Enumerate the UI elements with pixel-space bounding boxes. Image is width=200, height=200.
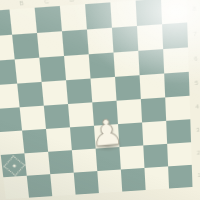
square-c8 [35, 6, 62, 33]
rank-label-1: 1 [194, 164, 200, 187]
square-g5 [140, 74, 166, 100]
square-g4 [141, 97, 166, 122]
square-h6 [163, 47, 189, 73]
square-g3 [142, 121, 167, 146]
square-b5 [17, 82, 44, 107]
square-a4 [0, 107, 22, 132]
square-h2 [167, 142, 192, 166]
square-g7 [137, 24, 163, 51]
square-a1 [3, 176, 29, 199]
square-a2 [1, 153, 27, 177]
square-f7 [112, 26, 138, 53]
board-grid: ♟ [0, 0, 192, 199]
square-f5 [115, 75, 141, 101]
square-d7 [62, 29, 89, 56]
square-c6 [39, 56, 66, 82]
square-h1 [168, 165, 192, 189]
square-b2 [24, 152, 50, 176]
square-e3: ♟ [94, 124, 119, 149]
square-d1 [74, 171, 99, 195]
square-f1 [121, 168, 146, 192]
square-c2 [48, 150, 74, 174]
square-c5 [42, 80, 68, 105]
square-d8 [60, 4, 87, 31]
square-g8 [136, 0, 162, 26]
square-a3 [0, 131, 24, 155]
square-e5 [91, 77, 117, 102]
rank-label-4: 4 [192, 95, 200, 119]
square-g1 [144, 166, 169, 190]
rank-label-6: 6 [190, 46, 200, 71]
square-b7 [12, 33, 39, 59]
square-e1 [97, 170, 122, 194]
rank-label-5: 5 [191, 71, 200, 96]
square-h5 [164, 72, 189, 98]
maker-ornament-icon [3, 155, 25, 176]
square-h7 [162, 22, 188, 49]
square-e8 [85, 2, 112, 29]
rank-label-7: 7 [189, 22, 200, 48]
photo-frame: ABCDEFGH 87654321 US CHESS ♟ [0, 0, 200, 200]
square-b3 [22, 129, 48, 153]
square-e6 [89, 53, 115, 79]
square-g6 [138, 49, 164, 75]
square-b8 [9, 8, 37, 35]
square-h3 [166, 119, 191, 144]
square-f6 [114, 51, 140, 77]
chessboard: ABCDEFGH 87654321 US CHESS ♟ [0, 0, 200, 200]
square-h4 [165, 96, 190, 121]
square-b4 [20, 106, 46, 131]
square-c7 [37, 31, 64, 57]
square-e7 [87, 28, 114, 55]
square-c4 [44, 104, 70, 129]
square-h8 [161, 0, 187, 24]
square-d6 [64, 54, 91, 80]
square-f8 [110, 1, 137, 28]
square-b1 [27, 174, 53, 197]
white-pawn: ♟ [88, 114, 124, 152]
square-c1 [50, 173, 75, 197]
rank-label-2: 2 [193, 141, 200, 164]
square-d5 [66, 79, 92, 104]
square-b6 [15, 58, 42, 84]
rank-label-3: 3 [192, 118, 200, 142]
square-g2 [143, 144, 168, 168]
rank-label-8: 8 [189, 0, 200, 22]
square-c3 [46, 127, 72, 151]
